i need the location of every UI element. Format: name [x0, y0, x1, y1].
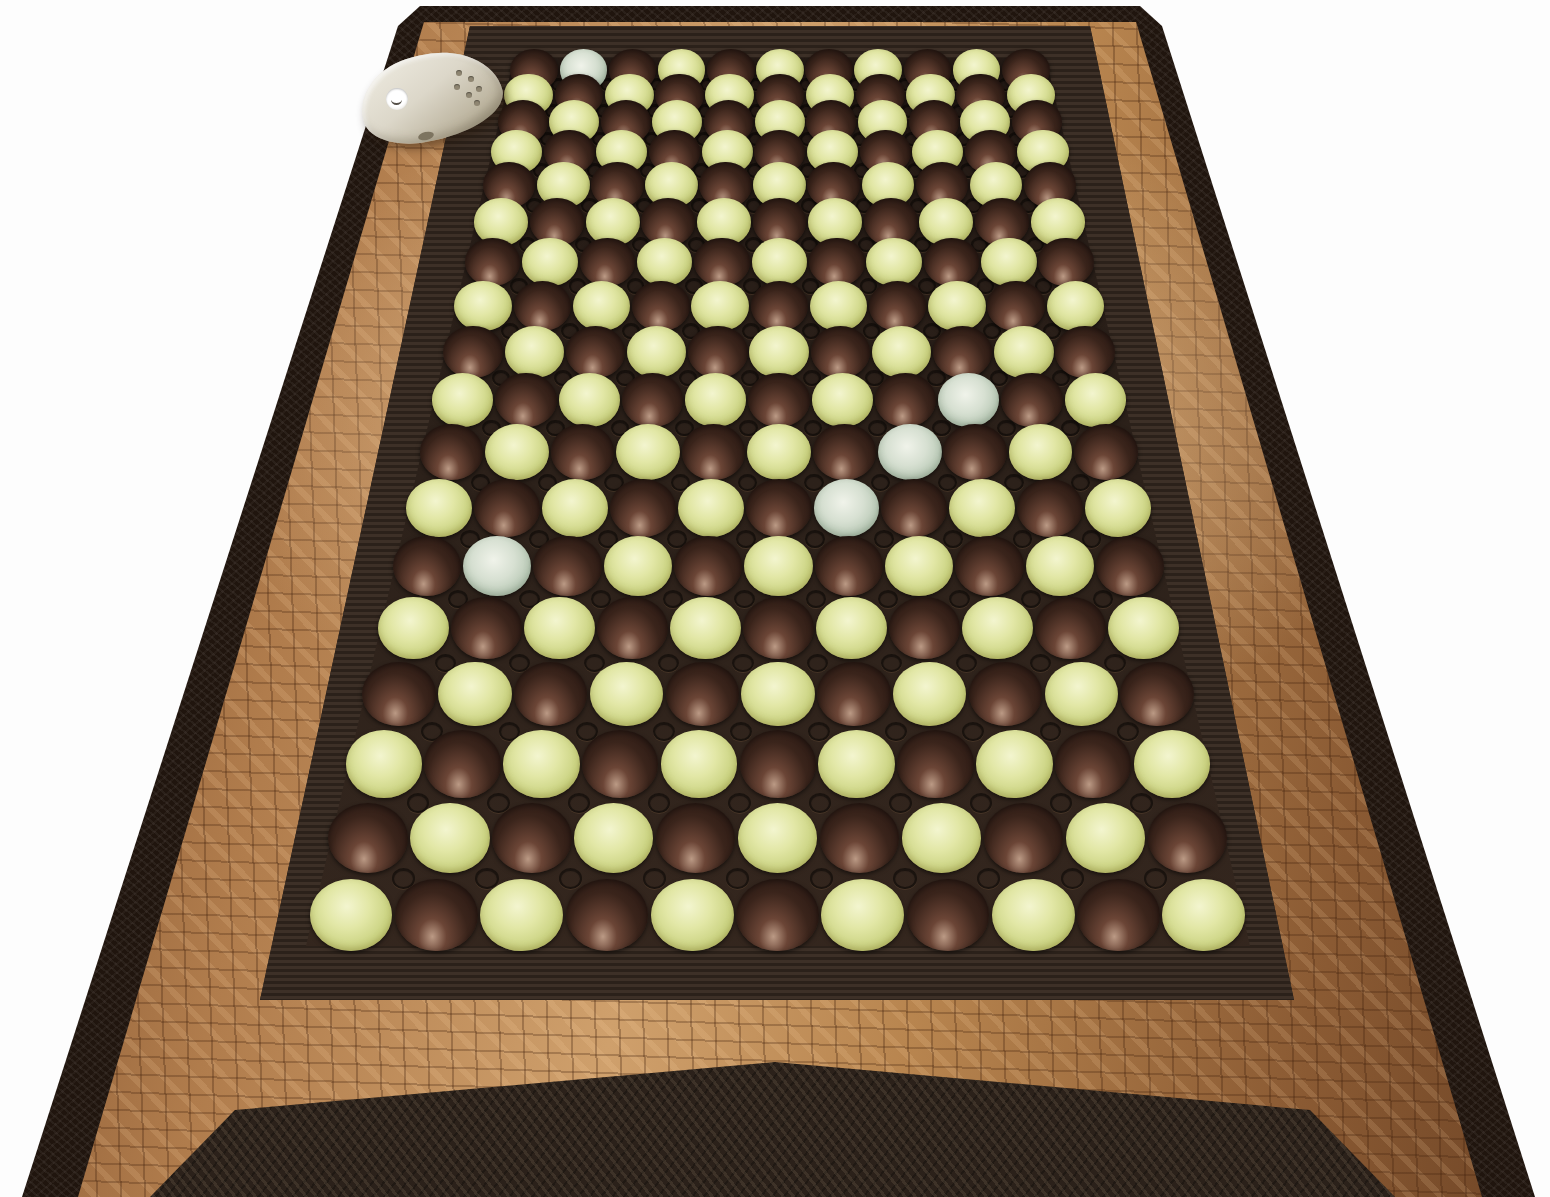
stone-r10c2 [495, 373, 556, 427]
stone-r13c3 [533, 536, 601, 596]
socket-ring [653, 722, 675, 741]
stone-r8c11 [1047, 281, 1104, 332]
stone-r10c3 [559, 373, 620, 427]
socket-ring [1040, 722, 1062, 741]
stone-r8c2 [514, 281, 571, 332]
stone-r12c4 [610, 479, 676, 537]
stone-r18c8 [907, 879, 990, 952]
stone-r7c2 [522, 238, 578, 287]
stone-r7c5 [694, 238, 750, 287]
stone-r12c1 [406, 479, 472, 537]
stone-r10c7 [812, 373, 873, 427]
stone-r8c10 [987, 281, 1044, 332]
stone-r7c7 [809, 238, 865, 287]
stone-r11c8 [878, 424, 942, 480]
stone-r12c8 [881, 479, 947, 537]
stone-r9c2 [505, 326, 564, 378]
stone-r18c1 [310, 879, 393, 952]
stone-r14c5 [670, 597, 741, 659]
stone-r14c1 [378, 597, 449, 659]
socket-ring [889, 793, 911, 813]
socket-ring [809, 793, 831, 813]
stone-r18c2 [395, 879, 478, 952]
stone-r10c11 [1065, 373, 1126, 427]
stone-r15c9 [969, 662, 1043, 727]
stone-r12c9 [949, 479, 1015, 537]
stone-r11c11 [1074, 424, 1138, 480]
stone-r13c7 [815, 536, 883, 596]
stone-r7c8 [866, 238, 922, 287]
stone-r16c6 [740, 730, 816, 797]
stone-r7c10 [981, 238, 1037, 287]
stone-r14c9 [962, 597, 1033, 659]
controller-vent-dot [474, 100, 480, 106]
stone-r16c7 [818, 730, 894, 797]
stone-r11c9 [943, 424, 1007, 480]
controller-vent-dot [456, 70, 462, 76]
stone-r17c8 [902, 803, 982, 873]
stone-r9c5 [688, 326, 747, 378]
socket-ring [648, 793, 670, 813]
stone-r8c6 [751, 281, 808, 332]
stone-r17c3 [492, 803, 572, 873]
socket-ring [559, 868, 582, 888]
stone-r16c11 [1134, 730, 1210, 797]
socket-ring [949, 590, 969, 608]
socket-ring [962, 722, 984, 741]
stone-r17c10 [1066, 803, 1146, 873]
stone-r8c4 [632, 281, 689, 332]
socket-ring [732, 654, 753, 673]
stone-r11c3 [551, 424, 615, 480]
stone-r14c11 [1108, 597, 1179, 659]
socket-ring [810, 868, 833, 888]
stone-r12c7 [814, 479, 880, 537]
stone-r13c9 [955, 536, 1023, 596]
stone-r12c6 [746, 479, 812, 537]
socket-ring [568, 793, 590, 813]
stone-r9c7 [811, 326, 870, 378]
stone-r13c8 [885, 536, 953, 596]
stone-r7c6 [752, 238, 808, 287]
stone-r17c6 [738, 803, 818, 873]
controller-vent-dot [476, 86, 482, 92]
socket-ring [728, 793, 750, 813]
stone-r15c5 [666, 662, 740, 727]
stone-r7c11 [1038, 238, 1094, 287]
stone-r9c11 [1055, 326, 1114, 378]
stone-r11c1 [420, 424, 484, 480]
socket-ring [1030, 654, 1051, 673]
stone-r15c8 [893, 662, 967, 727]
socket-ring [938, 474, 957, 491]
stone-r14c3 [524, 597, 595, 659]
stone-r10c9 [938, 373, 999, 427]
stone-r18c3 [480, 879, 563, 952]
socket-ring [956, 654, 977, 673]
stone-r14c7 [816, 597, 887, 659]
stone-r17c7 [820, 803, 900, 873]
socket-ring [643, 868, 666, 888]
stone-r15c3 [514, 662, 588, 727]
stone-r16c5 [661, 730, 737, 797]
socket-ring [885, 722, 907, 741]
stone-r12c2 [474, 479, 540, 537]
stone-r10c6 [748, 373, 809, 427]
stone-r18c7 [821, 879, 904, 952]
stone-r15c1 [362, 662, 436, 727]
stone-r16c8 [897, 730, 973, 797]
socket-ring [805, 530, 825, 548]
socket-ring [1117, 722, 1139, 741]
controller-vent-dot [466, 92, 472, 98]
socket-ring [730, 722, 752, 741]
stone-r10c4 [622, 373, 683, 427]
stone-r11c4 [616, 424, 680, 480]
stone-r18c5 [651, 879, 734, 952]
socket-ring [881, 654, 902, 673]
stone-r17c11 [1148, 803, 1228, 873]
heat-controller [352, 44, 508, 156]
stone-r13c2 [463, 536, 531, 596]
product-photo-canvas [0, 0, 1550, 1197]
stone-r17c9 [984, 803, 1064, 873]
stone-r10c1 [432, 373, 493, 427]
stone-r16c1 [346, 730, 422, 797]
stone-r13c5 [674, 536, 742, 596]
stone-r13c10 [1026, 536, 1094, 596]
stone-r8c7 [810, 281, 867, 332]
stone-grid [0, 0, 1550, 1197]
stone-r7c3 [580, 238, 636, 287]
stone-r7c4 [637, 238, 693, 287]
socket-ring [1104, 654, 1125, 673]
socket-ring [1061, 868, 1084, 888]
stone-r13c6 [744, 536, 812, 596]
stone-r11c7 [813, 424, 877, 480]
stone-r9c10 [994, 326, 1053, 378]
stone-r14c10 [1035, 597, 1106, 659]
stone-r15c6 [741, 662, 815, 727]
stone-r16c10 [1055, 730, 1131, 797]
stone-r11c10 [1009, 424, 1073, 480]
stone-r8c5 [691, 281, 748, 332]
stone-r12c10 [1017, 479, 1083, 537]
socket-ring [1004, 474, 1023, 491]
socket-ring [871, 474, 890, 491]
stone-r10c5 [685, 373, 746, 427]
stone-r10c8 [875, 373, 936, 427]
socket-ring [874, 530, 894, 548]
stone-r14c8 [889, 597, 960, 659]
socket-ring [726, 868, 749, 888]
stone-r15c7 [817, 662, 891, 727]
socket-ring [977, 868, 1000, 888]
stone-r9c3 [566, 326, 625, 378]
socket-ring [658, 654, 679, 673]
stone-r15c11 [1120, 662, 1194, 727]
stone-r14c2 [451, 597, 522, 659]
socket-ring [970, 793, 992, 813]
socket-ring [807, 654, 828, 673]
stone-r17c5 [656, 803, 736, 873]
stone-r8c9 [928, 281, 985, 332]
stone-r8c1 [454, 281, 511, 332]
stone-r17c2 [410, 803, 490, 873]
stone-r12c11 [1085, 479, 1151, 537]
stone-r8c3 [573, 281, 630, 332]
stone-r11c5 [682, 424, 746, 480]
stone-r17c4 [574, 803, 654, 873]
stone-r12c5 [678, 479, 744, 537]
stone-r11c2 [485, 424, 549, 480]
stone-r16c4 [582, 730, 658, 797]
stone-r18c4 [566, 879, 649, 952]
stone-r18c11 [1162, 879, 1245, 952]
stone-r11c6 [747, 424, 811, 480]
socket-ring [878, 590, 898, 608]
socket-ring [734, 590, 754, 608]
stone-r15c4 [590, 662, 664, 727]
socket-ring [806, 590, 826, 608]
stone-r9c8 [872, 326, 931, 378]
stone-r7c9 [924, 238, 980, 287]
stone-r16c9 [976, 730, 1052, 797]
socket-ring [1021, 590, 1041, 608]
socket-ring [1144, 868, 1167, 888]
stone-r16c3 [503, 730, 579, 797]
stone-r13c11 [1096, 536, 1164, 596]
stone-r9c6 [749, 326, 808, 378]
stone-r14c6 [743, 597, 814, 659]
socket-ring [943, 530, 963, 548]
stone-r18c9 [992, 879, 1075, 952]
stone-r8c8 [869, 281, 926, 332]
socket-ring [1130, 793, 1152, 813]
stone-r12c3 [542, 479, 608, 537]
stone-r13c4 [604, 536, 672, 596]
stone-r15c2 [438, 662, 512, 727]
stone-r15c10 [1045, 662, 1119, 727]
stone-r14c4 [597, 597, 668, 659]
controller-logo [386, 88, 408, 110]
socket-ring [1050, 793, 1072, 813]
stone-r9c9 [933, 326, 992, 378]
stone-r16c2 [424, 730, 500, 797]
controller-vent-dot [468, 76, 474, 82]
stone-r9c1 [443, 326, 502, 378]
stone-r18c10 [1077, 879, 1160, 952]
stone-r17c1 [328, 803, 408, 873]
stone-r9c4 [627, 326, 686, 378]
stone-r13c1 [393, 536, 461, 596]
stone-r10c10 [1001, 373, 1062, 427]
socket-ring [893, 868, 916, 888]
stone-r18c6 [736, 879, 819, 952]
socket-ring [808, 722, 830, 741]
controller-vent-dot [454, 84, 460, 90]
